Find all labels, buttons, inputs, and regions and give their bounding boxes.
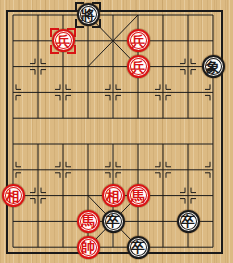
point-0-3[interactable]	[1, 79, 26, 105]
point-7-2[interactable]	[176, 54, 201, 80]
point-0-9[interactable]	[1, 234, 26, 260]
point-2-3[interactable]	[51, 79, 76, 105]
point-4-3[interactable]	[101, 79, 126, 105]
point-2-2[interactable]	[51, 54, 76, 80]
point-4-1[interactable]	[101, 28, 126, 54]
point-8-2[interactable]: 象	[201, 54, 226, 80]
xiangqi-board: 將兵兵兵象相相馬馬卒卒帥卒	[0, 0, 233, 263]
piece-red-horse-1[interactable]: 馬	[127, 184, 150, 207]
point-3-3[interactable]	[76, 79, 101, 105]
point-3-4[interactable]	[76, 105, 101, 131]
piece-black-elephant[interactable]: 象	[202, 55, 225, 78]
point-2-0[interactable]	[51, 2, 76, 28]
point-5-5[interactable]	[126, 131, 151, 157]
piece-red-soldier-1[interactable]: 兵	[52, 29, 75, 52]
piece-red-soldier-2[interactable]: 兵	[127, 29, 150, 52]
point-2-5[interactable]	[51, 131, 76, 157]
point-7-9[interactable]	[176, 234, 201, 260]
point-1-0[interactable]	[26, 2, 51, 28]
piece-red-elephant-1[interactable]: 相	[2, 184, 25, 207]
point-4-7[interactable]: 相	[101, 183, 126, 209]
point-5-0[interactable]	[126, 2, 151, 28]
point-5-4[interactable]	[126, 105, 151, 131]
point-7-0[interactable]	[176, 2, 201, 28]
point-8-7[interactable]	[201, 183, 226, 209]
point-6-5[interactable]	[151, 131, 176, 157]
piece-black-soldier-1[interactable]: 卒	[102, 210, 125, 233]
point-2-8[interactable]	[51, 208, 76, 234]
point-5-6[interactable]	[126, 157, 151, 183]
point-4-5[interactable]	[101, 131, 126, 157]
point-0-5[interactable]	[1, 131, 26, 157]
point-8-5[interactable]	[201, 131, 226, 157]
point-8-6[interactable]	[201, 157, 226, 183]
point-3-5[interactable]	[76, 131, 101, 157]
point-0-6[interactable]	[1, 157, 26, 183]
piece-red-general[interactable]: 帥	[77, 236, 100, 259]
point-3-6[interactable]	[76, 157, 101, 183]
point-5-2[interactable]: 兵	[126, 54, 151, 80]
piece-black-general[interactable]: 將	[77, 3, 100, 26]
point-5-7[interactable]: 馬	[126, 183, 151, 209]
point-6-6[interactable]	[151, 157, 176, 183]
point-2-4[interactable]	[51, 105, 76, 131]
point-5-9[interactable]: 卒	[126, 234, 151, 260]
point-4-9[interactable]	[101, 234, 126, 260]
point-5-3[interactable]	[126, 79, 151, 105]
point-0-0[interactable]	[1, 2, 26, 28]
point-8-8[interactable]	[201, 208, 226, 234]
point-1-6[interactable]	[26, 157, 51, 183]
point-7-7[interactable]	[176, 183, 201, 209]
point-3-8[interactable]: 馬	[76, 208, 101, 234]
point-8-4[interactable]	[201, 105, 226, 131]
point-5-8[interactable]	[126, 208, 151, 234]
point-8-1[interactable]	[201, 28, 226, 54]
point-2-7[interactable]	[51, 183, 76, 209]
point-6-7[interactable]	[151, 183, 176, 209]
point-6-1[interactable]	[151, 28, 176, 54]
point-6-0[interactable]	[151, 2, 176, 28]
point-3-9[interactable]: 帥	[76, 234, 101, 260]
point-7-5[interactable]	[176, 131, 201, 157]
point-7-1[interactable]	[176, 28, 201, 54]
point-0-7[interactable]: 相	[1, 183, 26, 209]
point-6-4[interactable]	[151, 105, 176, 131]
point-7-3[interactable]	[176, 79, 201, 105]
point-3-2[interactable]	[76, 54, 101, 80]
point-6-2[interactable]	[151, 54, 176, 80]
point-2-9[interactable]	[51, 234, 76, 260]
piece-black-soldier-2[interactable]: 卒	[177, 210, 200, 233]
point-4-0[interactable]	[101, 2, 126, 28]
point-6-9[interactable]	[151, 234, 176, 260]
point-7-8[interactable]: 卒	[176, 208, 201, 234]
point-3-7[interactable]	[76, 183, 101, 209]
point-3-1[interactable]	[76, 28, 101, 54]
point-1-1[interactable]	[26, 28, 51, 54]
point-7-4[interactable]	[176, 105, 201, 131]
piece-black-soldier-3[interactable]: 卒	[127, 236, 150, 259]
point-0-4[interactable]	[1, 105, 26, 131]
piece-red-elephant-2[interactable]: 相	[102, 184, 125, 207]
point-0-8[interactable]	[1, 208, 26, 234]
point-1-5[interactable]	[26, 131, 51, 157]
point-1-2[interactable]	[26, 54, 51, 80]
piece-red-soldier-3[interactable]: 兵	[127, 55, 150, 78]
point-8-0[interactable]	[201, 2, 226, 28]
point-1-7[interactable]	[26, 183, 51, 209]
point-6-3[interactable]	[151, 79, 176, 105]
point-4-6[interactable]	[101, 157, 126, 183]
point-8-3[interactable]	[201, 79, 226, 105]
point-4-4[interactable]	[101, 105, 126, 131]
point-3-0[interactable]: 將	[76, 2, 101, 28]
board-intersections: 將兵兵兵象相相馬馬卒卒帥卒	[1, 2, 226, 260]
point-0-2[interactable]	[1, 54, 26, 80]
point-1-9[interactable]	[26, 234, 51, 260]
point-1-3[interactable]	[26, 79, 51, 105]
point-8-9[interactable]	[201, 234, 226, 260]
point-7-6[interactable]	[176, 157, 201, 183]
point-0-1[interactable]	[1, 28, 26, 54]
point-6-8[interactable]	[151, 208, 176, 234]
point-2-6[interactable]	[51, 157, 76, 183]
piece-red-horse-2[interactable]: 馬	[77, 210, 100, 233]
point-4-8[interactable]: 卒	[101, 208, 126, 234]
point-5-1[interactable]: 兵	[126, 28, 151, 54]
point-2-1[interactable]: 兵	[51, 28, 76, 54]
point-1-4[interactable]	[26, 105, 51, 131]
point-4-2[interactable]	[101, 54, 126, 80]
point-1-8[interactable]	[26, 208, 51, 234]
